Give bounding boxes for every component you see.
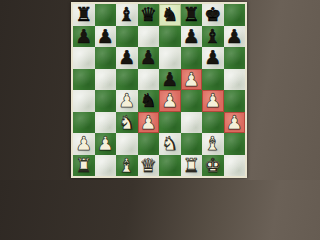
square-b5[interactable]: [95, 69, 117, 91]
square-e5[interactable]: ♟: [159, 69, 181, 91]
square-b7[interactable]: ♟: [95, 26, 117, 48]
square-e1[interactable]: [159, 155, 181, 177]
square-c4[interactable]: ♟: [116, 90, 138, 112]
square-d7[interactable]: [138, 26, 160, 48]
square-g8[interactable]: ♚: [202, 4, 224, 26]
square-e3[interactable]: [159, 112, 181, 134]
chessboard: ♜♝♛♞♜♚♟♟♟♝♟♟♟♟♟♟♟♞♟♟♞♟♟♟♟♞♝♜♝♛♜♚: [73, 4, 245, 176]
square-h1[interactable]: [224, 155, 246, 177]
square-h7[interactable]: ♟: [224, 26, 246, 48]
square-d5[interactable]: [138, 69, 160, 91]
white-pawn: ♟: [75, 133, 92, 155]
square-e4[interactable]: ♟: [159, 90, 181, 112]
square-c2[interactable]: [116, 133, 138, 155]
black-bishop: ♝: [118, 4, 135, 26]
square-c7[interactable]: [116, 26, 138, 48]
square-b1[interactable]: [95, 155, 117, 177]
square-f1[interactable]: ♜: [181, 155, 203, 177]
square-f3[interactable]: [181, 112, 203, 134]
white-pawn: ♟: [161, 90, 178, 112]
square-a7[interactable]: ♟: [73, 26, 95, 48]
square-b8[interactable]: [95, 4, 117, 26]
square-b3[interactable]: [95, 112, 117, 134]
square-h4[interactable]: [224, 90, 246, 112]
white-bishop: ♝: [204, 133, 221, 155]
square-h2[interactable]: [224, 133, 246, 155]
square-g4[interactable]: ♟: [202, 90, 224, 112]
white-queen: ♛: [140, 154, 157, 176]
square-e2[interactable]: ♞: [159, 133, 181, 155]
square-g3[interactable]: [202, 112, 224, 134]
square-h6[interactable]: [224, 47, 246, 69]
square-f2[interactable]: [181, 133, 203, 155]
black-bishop: ♝: [204, 25, 221, 47]
square-b2[interactable]: ♟: [95, 133, 117, 155]
square-a2[interactable]: ♟: [73, 133, 95, 155]
square-a3[interactable]: [73, 112, 95, 134]
page-background: { "game": "chess", "position": "r1bqnrk1…: [0, 0, 320, 180]
black-rook: ♜: [75, 4, 92, 26]
white-knight: ♞: [118, 111, 135, 133]
white-pawn: ♟: [183, 68, 200, 90]
square-d2[interactable]: [138, 133, 160, 155]
square-a4[interactable]: [73, 90, 95, 112]
square-g1[interactable]: ♚: [202, 155, 224, 177]
black-pawn: ♟: [140, 47, 157, 69]
square-e8[interactable]: ♞: [159, 4, 181, 26]
black-rook: ♜: [183, 4, 200, 26]
white-rook: ♜: [75, 154, 92, 176]
square-c3[interactable]: ♞: [116, 112, 138, 134]
black-pawn: ♟: [226, 25, 243, 47]
black-knight: ♞: [140, 90, 157, 112]
white-bishop: ♝: [118, 154, 135, 176]
black-knight: ♞: [161, 4, 178, 26]
black-pawn: ♟: [204, 47, 221, 69]
black-pawn: ♟: [183, 25, 200, 47]
square-a1[interactable]: ♜: [73, 155, 95, 177]
square-f5[interactable]: ♟: [181, 69, 203, 91]
square-h3[interactable]: ♟: [224, 112, 246, 134]
square-g5[interactable]: [202, 69, 224, 91]
square-d1[interactable]: ♛: [138, 155, 160, 177]
white-pawn: ♟: [97, 133, 114, 155]
square-d6[interactable]: ♟: [138, 47, 160, 69]
square-a6[interactable]: [73, 47, 95, 69]
square-d3[interactable]: ♟: [138, 112, 160, 134]
white-knight: ♞: [161, 133, 178, 155]
square-f7[interactable]: ♟: [181, 26, 203, 48]
square-d8[interactable]: ♛: [138, 4, 160, 26]
board-frame: ♜♝♛♞♜♚♟♟♟♝♟♟♟♟♟♟♟♞♟♟♞♟♟♟♟♞♝♜♝♛♜♚: [71, 2, 247, 178]
black-king: ♚: [204, 4, 221, 26]
square-c8[interactable]: ♝: [116, 4, 138, 26]
square-b4[interactable]: [95, 90, 117, 112]
square-d4[interactable]: ♞: [138, 90, 160, 112]
square-c6[interactable]: ♟: [116, 47, 138, 69]
black-pawn: ♟: [118, 47, 135, 69]
square-g2[interactable]: ♝: [202, 133, 224, 155]
square-a8[interactable]: ♜: [73, 4, 95, 26]
square-h8[interactable]: [224, 4, 246, 26]
square-c5[interactable]: [116, 69, 138, 91]
square-f4[interactable]: [181, 90, 203, 112]
black-pawn: ♟: [161, 68, 178, 90]
square-e6[interactable]: [159, 47, 181, 69]
square-f8[interactable]: ♜: [181, 4, 203, 26]
square-a5[interactable]: [73, 69, 95, 91]
white-pawn: ♟: [140, 111, 157, 133]
black-pawn: ♟: [75, 25, 92, 47]
square-f6[interactable]: [181, 47, 203, 69]
square-h5[interactable]: [224, 69, 246, 91]
white-rook: ♜: [183, 154, 200, 176]
square-e7[interactable]: [159, 26, 181, 48]
white-pawn: ♟: [118, 90, 135, 112]
white-king: ♚: [204, 154, 221, 176]
square-b6[interactable]: [95, 47, 117, 69]
white-pawn: ♟: [226, 111, 243, 133]
square-c1[interactable]: ♝: [116, 155, 138, 177]
square-g7[interactable]: ♝: [202, 26, 224, 48]
white-pawn: ♟: [204, 90, 221, 112]
black-queen: ♛: [140, 4, 157, 26]
square-g6[interactable]: ♟: [202, 47, 224, 69]
black-pawn: ♟: [97, 25, 114, 47]
